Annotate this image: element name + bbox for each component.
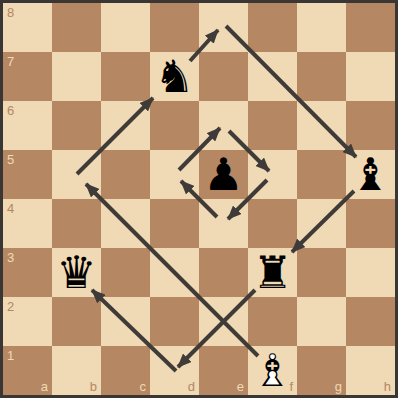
square-a5[interactable]: 5: [3, 150, 52, 199]
piece-white-bishop-f1[interactable]: ♝♗: [248, 346, 297, 395]
square-d8[interactable]: [150, 3, 199, 52]
square-c4[interactable]: [101, 199, 150, 248]
square-a1[interactable]: 1a: [3, 346, 52, 395]
square-d6[interactable]: [150, 101, 199, 150]
square-a3[interactable]: 3: [3, 248, 52, 297]
board-squares: 87654321abcdefgh: [3, 3, 395, 395]
square-g6[interactable]: [297, 101, 346, 150]
square-g5[interactable]: [297, 150, 346, 199]
rank-label-4: 4: [7, 202, 14, 215]
square-h1[interactable]: h: [346, 346, 395, 395]
rank-label-7: 7: [7, 55, 14, 68]
black-pawn-glyph: ♟: [203, 150, 243, 199]
black-bishop-glyph: ♝: [350, 150, 390, 199]
rank-label-6: 6: [7, 104, 14, 117]
file-label-a: a: [41, 380, 48, 393]
square-b5[interactable]: [52, 150, 101, 199]
square-c3[interactable]: [101, 248, 150, 297]
square-c5[interactable]: [101, 150, 150, 199]
piece-black-knight-d7[interactable]: ♞: [150, 52, 199, 101]
square-b2[interactable]: [52, 297, 101, 346]
piece-black-pawn-e5[interactable]: ♟: [199, 150, 248, 199]
square-a4[interactable]: 4: [3, 199, 52, 248]
square-c6[interactable]: [101, 101, 150, 150]
square-b4[interactable]: [52, 199, 101, 248]
rank-label-3: 3: [7, 251, 14, 264]
square-e2[interactable]: [199, 297, 248, 346]
file-label-d: d: [188, 380, 195, 393]
square-b6[interactable]: [52, 101, 101, 150]
black-rook-glyph: ♜: [252, 248, 292, 297]
square-h4[interactable]: [346, 199, 395, 248]
square-e3[interactable]: [199, 248, 248, 297]
square-g8[interactable]: [297, 3, 346, 52]
square-f6[interactable]: [248, 101, 297, 150]
square-f5[interactable]: [248, 150, 297, 199]
square-a7[interactable]: 7: [3, 52, 52, 101]
square-g2[interactable]: [297, 297, 346, 346]
file-label-c: c: [140, 380, 147, 393]
square-b8[interactable]: [52, 3, 101, 52]
square-g4[interactable]: [297, 199, 346, 248]
file-label-b: b: [90, 380, 97, 393]
square-f7[interactable]: [248, 52, 297, 101]
square-d4[interactable]: [150, 199, 199, 248]
white-bishop-outline-glyph: ♗: [252, 346, 292, 395]
square-g1[interactable]: g: [297, 346, 346, 395]
square-e4[interactable]: [199, 199, 248, 248]
square-a2[interactable]: 2: [3, 297, 52, 346]
square-b1[interactable]: b: [52, 346, 101, 395]
black-knight-glyph: ♞: [154, 52, 194, 101]
square-a8[interactable]: 8: [3, 3, 52, 52]
square-a6[interactable]: 6: [3, 101, 52, 150]
piece-black-bishop-h5[interactable]: ♝: [346, 150, 395, 199]
square-b7[interactable]: [52, 52, 101, 101]
file-label-g: g: [335, 380, 342, 393]
square-h8[interactable]: [346, 3, 395, 52]
square-d3[interactable]: [150, 248, 199, 297]
square-d5[interactable]: [150, 150, 199, 199]
rank-label-1: 1: [7, 349, 14, 362]
square-c7[interactable]: [101, 52, 150, 101]
piece-black-queen-b3[interactable]: ♛: [52, 248, 101, 297]
square-d1[interactable]: d: [150, 346, 199, 395]
rank-label-5: 5: [7, 153, 14, 166]
square-c1[interactable]: c: [101, 346, 150, 395]
square-e8[interactable]: [199, 3, 248, 52]
square-e6[interactable]: [199, 101, 248, 150]
square-g3[interactable]: [297, 248, 346, 297]
piece-black-rook-f3[interactable]: ♜: [248, 248, 297, 297]
square-h3[interactable]: [346, 248, 395, 297]
square-c2[interactable]: [101, 297, 150, 346]
square-g7[interactable]: [297, 52, 346, 101]
square-h6[interactable]: [346, 101, 395, 150]
square-d2[interactable]: [150, 297, 199, 346]
square-f8[interactable]: [248, 3, 297, 52]
square-h7[interactable]: [346, 52, 395, 101]
square-h2[interactable]: [346, 297, 395, 346]
square-f2[interactable]: [248, 297, 297, 346]
square-c8[interactable]: [101, 3, 150, 52]
black-queen-glyph: ♛: [56, 248, 96, 297]
chessboard: 87654321abcdefgh ♞♟♝♛♜♝♗: [0, 0, 398, 398]
file-label-e: e: [237, 380, 244, 393]
file-label-h: h: [384, 380, 391, 393]
rank-label-2: 2: [7, 300, 14, 313]
square-e1[interactable]: e: [199, 346, 248, 395]
rank-label-8: 8: [7, 6, 14, 19]
square-e7[interactable]: [199, 52, 248, 101]
square-f4[interactable]: [248, 199, 297, 248]
